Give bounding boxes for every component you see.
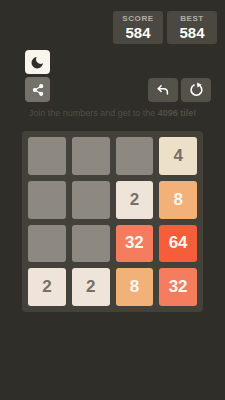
game-screen: SCORE 584 BEST 584 (0, 0, 225, 400)
best-label: BEST (180, 14, 204, 24)
tile-2: 2 (28, 268, 66, 306)
cell-empty (28, 225, 66, 263)
moon-icon (30, 55, 45, 70)
score-value: 584 (125, 24, 150, 41)
tile-8: 8 (159, 181, 197, 219)
best-box: BEST 584 (167, 11, 217, 44)
score-label: SCORE (122, 14, 153, 24)
board[interactable]: 428326422832 (22, 131, 203, 312)
cell-empty (72, 181, 110, 219)
share-icon (31, 83, 45, 97)
score-panel: SCORE 584 BEST 584 (113, 11, 217, 44)
cell-empty (72, 225, 110, 263)
restart-button[interactable] (181, 78, 211, 102)
cell-empty (116, 137, 154, 175)
cell-empty (28, 137, 66, 175)
tile-32: 32 (116, 225, 154, 263)
best-value: 584 (179, 24, 204, 41)
tile-4: 4 (159, 137, 197, 175)
share-button[interactable] (25, 77, 50, 102)
tile-64: 64 (159, 225, 197, 263)
cell-empty (28, 181, 66, 219)
instruction-text: Join the numbers and get to the 4096 til… (0, 108, 225, 118)
tile-2: 2 (116, 181, 154, 219)
cell-empty (72, 137, 110, 175)
instruction-goal: 4096 tile! (158, 108, 197, 118)
restart-icon (188, 82, 204, 98)
tile-32: 32 (159, 268, 197, 306)
tile-2: 2 (72, 268, 110, 306)
tile-8: 8 (116, 268, 154, 306)
score-box: SCORE 584 (113, 11, 163, 44)
undo-button[interactable] (148, 78, 178, 102)
undo-icon (155, 83, 171, 98)
instruction-prefix: Join the numbers and get to the (29, 108, 158, 118)
dark-mode-toggle-button[interactable] (25, 50, 50, 74)
